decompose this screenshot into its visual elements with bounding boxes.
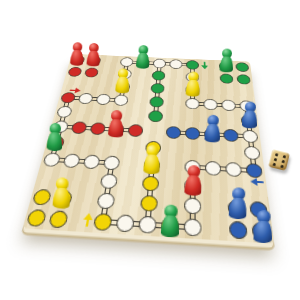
pawn-body: [70, 49, 84, 66]
pawn-body: [186, 79, 201, 97]
green-pawn[interactable]: [219, 48, 234, 72]
track-field: [203, 99, 218, 111]
pawn-body: [143, 154, 160, 175]
blue-base-field: [229, 221, 248, 240]
die-pip: [275, 152, 279, 156]
red-pawn-cell: [182, 176, 203, 196]
yellow-pawn[interactable]: [186, 71, 201, 97]
red-pawn[interactable]: [184, 165, 202, 196]
red-pawn[interactable]: [70, 42, 84, 66]
red-start-arrow: [69, 87, 82, 93]
track-field: [113, 94, 129, 106]
blue-pawn[interactable]: [229, 187, 248, 220]
green-pawn-cell: [158, 214, 181, 238]
die-pip: [272, 162, 276, 166]
track-field: [115, 214, 135, 232]
pawn-body: [47, 131, 63, 151]
track-field: [153, 59, 167, 69]
green-base-field: [235, 62, 249, 72]
track-field: [100, 173, 119, 189]
green-pawn-cell: [44, 134, 68, 151]
ludo-board: [23, 54, 275, 244]
track-field: [185, 98, 199, 110]
product-photo-scene: [0, 0, 300, 300]
yellow-home-field: [140, 195, 158, 212]
blue-start-arrow: [249, 177, 264, 186]
pawn-body: [219, 56, 233, 73]
track-field: [120, 57, 134, 67]
track-field: [205, 161, 222, 176]
yellow-base-field: [31, 189, 52, 206]
pawn-body: [108, 118, 124, 137]
die[interactable]: [268, 149, 290, 171]
track-field: [95, 94, 111, 106]
yellow-pawn[interactable]: [143, 144, 161, 174]
red-pawn-cell: [106, 121, 127, 138]
green-home-field: [152, 70, 166, 80]
pawn-body: [204, 123, 220, 143]
blue-pawn[interactable]: [204, 115, 221, 143]
yellow-base-field: [26, 209, 48, 227]
pawn-body: [253, 220, 273, 244]
green-pawn-cell: [217, 60, 235, 73]
green-start-field: [186, 60, 199, 70]
blue-pawn-cell: [202, 126, 222, 143]
track-field: [62, 153, 81, 168]
track-field: [244, 146, 261, 160]
track-field: [184, 197, 201, 214]
green-pawn-cell: [134, 57, 152, 69]
track-field: [78, 93, 94, 105]
pawn-body: [86, 50, 100, 67]
die-pip: [273, 157, 277, 161]
pawn-body: [115, 76, 130, 94]
track-field: [82, 154, 100, 169]
yellow-pawn-cell: [113, 80, 132, 94]
track-field: [56, 106, 73, 118]
yellow-pawn-cell: [184, 83, 202, 97]
yellow-pawn-cell: [141, 156, 163, 175]
yellow-pawn[interactable]: [52, 177, 71, 209]
die-pip: [280, 164, 284, 168]
blue-pawn[interactable]: [253, 210, 273, 244]
die-pip: [281, 159, 285, 163]
blue-pawn[interactable]: [242, 101, 258, 129]
red-base-field: [67, 67, 83, 77]
red-base-field: [84, 67, 99, 77]
pawn-body: [136, 52, 150, 69]
blue-pawn-cell: [249, 220, 275, 244]
blue-pawn-cell: [225, 198, 249, 220]
track-field: [96, 192, 115, 209]
track-field: [138, 216, 157, 234]
green-home-field: [150, 83, 164, 94]
pawn-body: [229, 197, 248, 220]
pawn-body: [161, 214, 180, 237]
yellow-start-arrow: [82, 211, 94, 226]
red-home-field: [127, 124, 143, 137]
pawn-body: [242, 110, 258, 129]
green-home-field: [148, 110, 163, 122]
green-pawn[interactable]: [161, 204, 181, 238]
track-field: [103, 156, 121, 171]
die-pip: [282, 154, 286, 158]
red-pawn-cell: [85, 55, 104, 67]
green-start-arrow: [201, 61, 208, 69]
yellow-start-field: [93, 213, 113, 231]
blue-start-field: [245, 163, 263, 178]
yellow-pawn[interactable]: [115, 68, 130, 94]
pawn-body: [52, 187, 70, 209]
green-base-field: [220, 73, 234, 84]
track-field: [169, 59, 182, 69]
red-home-field: [70, 121, 87, 134]
blue-home-field: [223, 129, 239, 142]
pawn-body: [184, 174, 202, 196]
track-field: [225, 162, 242, 177]
yellow-pawn-cell: [50, 188, 76, 209]
track-field: [42, 152, 61, 167]
track-field: [242, 130, 259, 143]
yellow-home-field: [142, 176, 160, 192]
blue-pawn-cell: [238, 113, 258, 129]
green-base-field: [236, 74, 251, 85]
board-perspective-wrap: [50, 27, 259, 236]
red-start-field: [60, 92, 77, 103]
track-field: [184, 218, 202, 237]
red-pawn[interactable]: [86, 43, 100, 67]
green-home-field: [149, 96, 164, 108]
red-pawn[interactable]: [108, 110, 124, 138]
yellow-base-field: [48, 210, 69, 228]
green-pawn[interactable]: [47, 123, 64, 152]
track-field: [221, 99, 236, 111]
green-pawn[interactable]: [136, 45, 150, 69]
